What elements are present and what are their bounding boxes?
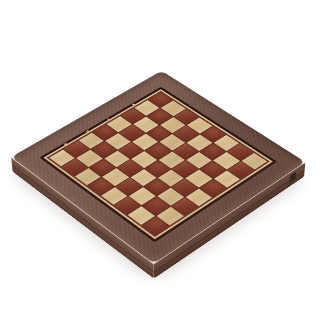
chess-board-box	[11, 71, 305, 264]
board-top-face	[11, 71, 305, 264]
photo-background	[0, 0, 320, 320]
clasp	[290, 171, 297, 183]
